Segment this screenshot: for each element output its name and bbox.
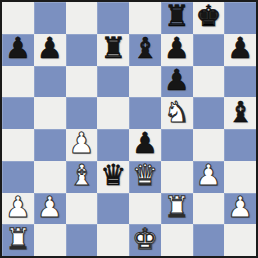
square-c2[interactable] <box>66 193 98 225</box>
square-b5[interactable] <box>34 97 66 129</box>
square-e4[interactable]: ♟ <box>129 129 161 161</box>
piece-white-rook-f2[interactable]: ♜ <box>164 193 190 222</box>
piece-black-king-g8[interactable]: ♚ <box>195 2 221 31</box>
square-c5[interactable] <box>66 97 98 129</box>
piece-black-rook-f8[interactable]: ♜ <box>164 2 190 31</box>
piece-white-king-e1[interactable]: ♚ <box>132 225 158 254</box>
square-c4[interactable]: ♟ <box>66 129 98 161</box>
square-h4[interactable] <box>224 129 256 161</box>
piece-black-rook-d7[interactable]: ♜ <box>100 34 126 63</box>
square-a4[interactable] <box>2 129 34 161</box>
square-b3[interactable] <box>34 161 66 193</box>
square-e2[interactable] <box>129 193 161 225</box>
square-g5[interactable] <box>193 97 225 129</box>
square-f6[interactable]: ♟ <box>161 66 193 98</box>
square-c3[interactable]: ♝ <box>66 161 98 193</box>
square-b8[interactable] <box>34 2 66 34</box>
square-b1[interactable] <box>34 224 66 256</box>
piece-black-bishop-e7[interactable]: ♝ <box>132 34 158 63</box>
square-e5[interactable] <box>129 97 161 129</box>
square-c6[interactable] <box>66 66 98 98</box>
square-g7[interactable] <box>193 34 225 66</box>
square-d1[interactable] <box>97 224 129 256</box>
square-b7[interactable]: ♟ <box>34 34 66 66</box>
square-h5[interactable]: ♝ <box>224 97 256 129</box>
square-a8[interactable] <box>2 2 34 34</box>
square-f2[interactable]: ♜ <box>161 193 193 225</box>
piece-white-pawn-a2[interactable]: ♟ <box>5 193 31 222</box>
square-e6[interactable] <box>129 66 161 98</box>
chess-board-frame: ♜♚♟♟♜♝♟♟♟♞♝♟♟♝♛♛♟♟♟♜♟♜♚ <box>0 0 258 258</box>
piece-white-pawn-h2[interactable]: ♟ <box>227 193 253 222</box>
square-g6[interactable] <box>193 66 225 98</box>
square-e7[interactable]: ♝ <box>129 34 161 66</box>
square-h7[interactable]: ♟ <box>224 34 256 66</box>
square-a5[interactable] <box>2 97 34 129</box>
square-d6[interactable] <box>97 66 129 98</box>
square-f5[interactable]: ♞ <box>161 97 193 129</box>
square-h8[interactable] <box>224 2 256 34</box>
square-c1[interactable] <box>66 224 98 256</box>
piece-white-queen-e3[interactable]: ♛ <box>132 161 158 190</box>
piece-white-pawn-b2[interactable]: ♟ <box>37 193 63 222</box>
piece-black-queen-d3[interactable]: ♛ <box>100 161 126 190</box>
square-e8[interactable] <box>129 2 161 34</box>
square-d2[interactable] <box>97 193 129 225</box>
square-f4[interactable] <box>161 129 193 161</box>
square-b6[interactable] <box>34 66 66 98</box>
piece-black-pawn-e4[interactable]: ♟ <box>132 129 158 158</box>
square-e1[interactable]: ♚ <box>129 224 161 256</box>
square-g2[interactable] <box>193 193 225 225</box>
piece-black-pawn-f7[interactable]: ♟ <box>164 34 190 63</box>
square-d3[interactable]: ♛ <box>97 161 129 193</box>
piece-black-pawn-b7[interactable]: ♟ <box>37 34 63 63</box>
piece-black-pawn-h7[interactable]: ♟ <box>227 34 253 63</box>
square-h2[interactable]: ♟ <box>224 193 256 225</box>
piece-black-pawn-f6[interactable]: ♟ <box>164 66 190 95</box>
square-b4[interactable] <box>34 129 66 161</box>
square-a1[interactable]: ♜ <box>2 224 34 256</box>
piece-white-pawn-c4[interactable]: ♟ <box>68 129 94 158</box>
square-d8[interactable] <box>97 2 129 34</box>
square-g8[interactable]: ♚ <box>193 2 225 34</box>
square-h6[interactable] <box>224 66 256 98</box>
piece-white-pawn-g3[interactable]: ♟ <box>195 161 221 190</box>
chess-board: ♜♚♟♟♜♝♟♟♟♞♝♟♟♝♛♛♟♟♟♜♟♜♚ <box>2 2 256 256</box>
square-g3[interactable]: ♟ <box>193 161 225 193</box>
piece-black-bishop-h5[interactable]: ♝ <box>227 98 253 127</box>
square-f3[interactable] <box>161 161 193 193</box>
square-b2[interactable]: ♟ <box>34 193 66 225</box>
square-h3[interactable] <box>224 161 256 193</box>
square-f7[interactable]: ♟ <box>161 34 193 66</box>
square-a2[interactable]: ♟ <box>2 193 34 225</box>
square-c7[interactable] <box>66 34 98 66</box>
square-g4[interactable] <box>193 129 225 161</box>
square-a6[interactable] <box>2 66 34 98</box>
square-h1[interactable] <box>224 224 256 256</box>
square-d7[interactable]: ♜ <box>97 34 129 66</box>
piece-white-bishop-c3[interactable]: ♝ <box>68 161 94 190</box>
piece-white-knight-f5[interactable]: ♞ <box>164 98 190 127</box>
piece-black-pawn-a7[interactable]: ♟ <box>5 34 31 63</box>
square-a7[interactable]: ♟ <box>2 34 34 66</box>
square-f8[interactable]: ♜ <box>161 2 193 34</box>
square-d4[interactable] <box>97 129 129 161</box>
square-c8[interactable] <box>66 2 98 34</box>
square-g1[interactable] <box>193 224 225 256</box>
square-f1[interactable] <box>161 224 193 256</box>
square-e3[interactable]: ♛ <box>129 161 161 193</box>
piece-white-rook-a1[interactable]: ♜ <box>5 225 31 254</box>
square-a3[interactable] <box>2 161 34 193</box>
square-d5[interactable] <box>97 97 129 129</box>
